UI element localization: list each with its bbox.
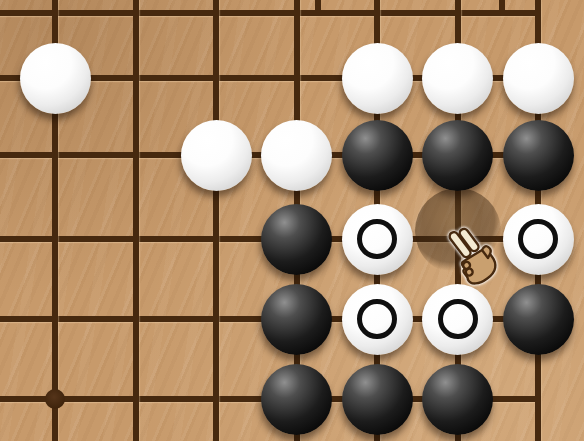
intersection-c1-r4[interactable] bbox=[95, 278, 176, 360]
white-stone[interactable] bbox=[261, 120, 332, 191]
intersection-c5-r5[interactable] bbox=[417, 360, 498, 438]
intersection-c2-r4[interactable] bbox=[176, 278, 257, 360]
white-stone[interactable] bbox=[422, 43, 493, 114]
white-stone-marked[interactable] bbox=[342, 284, 413, 355]
intersection-c3-r4[interactable] bbox=[256, 278, 337, 360]
white-stone[interactable] bbox=[181, 120, 252, 191]
intersection-c6-r1[interactable] bbox=[498, 46, 579, 110]
intersection-c0-r1[interactable] bbox=[15, 46, 96, 110]
circle-marker bbox=[438, 299, 478, 339]
intersection-c1-r1[interactable] bbox=[95, 46, 176, 110]
black-stone[interactable] bbox=[342, 364, 413, 435]
intersection-c4-r2[interactable] bbox=[337, 110, 418, 200]
intersection-c1-r2[interactable] bbox=[95, 110, 176, 200]
black-stone[interactable] bbox=[261, 364, 332, 435]
intersection-c0-r0[interactable] bbox=[15, 0, 96, 46]
black-stone[interactable] bbox=[503, 284, 574, 355]
intersection-c2-r0[interactable] bbox=[176, 0, 257, 46]
white-stone[interactable] bbox=[503, 43, 574, 114]
intersection-c1-r0[interactable] bbox=[95, 0, 176, 46]
intersection-c0-r5[interactable] bbox=[15, 360, 96, 438]
black-stone[interactable] bbox=[422, 364, 493, 435]
white-stone[interactable] bbox=[342, 43, 413, 114]
intersection-c3-r2[interactable] bbox=[256, 110, 337, 200]
circle-marker bbox=[357, 299, 397, 339]
white-stone[interactable] bbox=[20, 43, 91, 114]
intersection-c6-r2[interactable] bbox=[498, 110, 579, 200]
intersection-c4-r3[interactable] bbox=[337, 200, 418, 278]
intersection-c3-r1[interactable] bbox=[256, 46, 337, 110]
intersection-c4-r5[interactable] bbox=[337, 360, 418, 438]
intersection-c4-r0[interactable] bbox=[337, 0, 418, 46]
circle-marker bbox=[357, 219, 397, 259]
intersection-c4-r4[interactable] bbox=[337, 278, 418, 360]
intersection-c0-r4[interactable] bbox=[15, 278, 96, 360]
black-stone[interactable] bbox=[261, 204, 332, 275]
intersection-c2-r2[interactable] bbox=[176, 110, 257, 200]
black-stone[interactable] bbox=[261, 284, 332, 355]
circle-marker bbox=[518, 219, 558, 259]
white-stone-marked[interactable] bbox=[503, 204, 574, 275]
black-stone[interactable] bbox=[422, 120, 493, 191]
intersection-c2-r1[interactable] bbox=[176, 46, 257, 110]
intersection-c5-r1[interactable] bbox=[417, 46, 498, 110]
intersection-c0-r2[interactable] bbox=[15, 110, 96, 200]
intersection-c4-r1[interactable] bbox=[337, 46, 418, 110]
intersection-c5-r0[interactable] bbox=[417, 0, 498, 46]
intersection-c1-r3[interactable] bbox=[95, 200, 176, 278]
go-board bbox=[0, 0, 584, 441]
hand-tap-cursor-icon bbox=[441, 222, 513, 296]
intersection-c3-r3[interactable] bbox=[256, 200, 337, 278]
black-stone[interactable] bbox=[342, 120, 413, 191]
intersection-c2-r5[interactable] bbox=[176, 360, 257, 438]
intersection-c2-r3[interactable] bbox=[176, 200, 257, 278]
intersection-c1-r5[interactable] bbox=[95, 360, 176, 438]
intersection-c6-r0[interactable] bbox=[498, 0, 579, 46]
intersection-c6-r5[interactable] bbox=[498, 360, 579, 438]
intersection-c3-r5[interactable] bbox=[256, 360, 337, 438]
intersection-c5-r2[interactable] bbox=[417, 110, 498, 200]
intersection-c3-r0[interactable] bbox=[256, 0, 337, 46]
white-stone-marked[interactable] bbox=[342, 204, 413, 275]
board-grid bbox=[15, 0, 579, 438]
intersection-c0-r3[interactable] bbox=[15, 200, 96, 278]
black-stone[interactable] bbox=[503, 120, 574, 191]
